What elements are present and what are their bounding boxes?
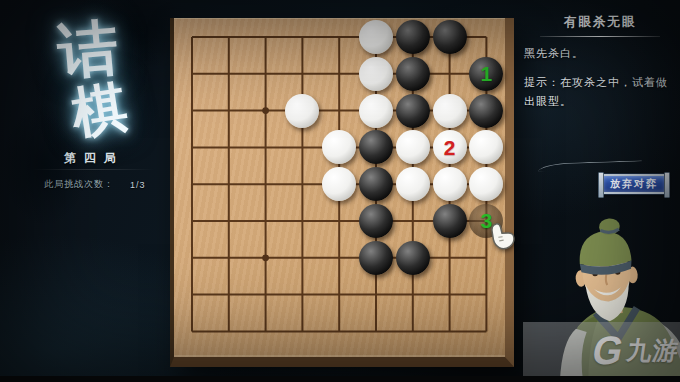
hand-cursor-icon	[489, 221, 516, 251]
white-stone	[396, 167, 430, 201]
white-stone	[359, 94, 393, 128]
move-number-label: 1	[481, 63, 493, 84]
go-puzzle-screen: 诘 棋 第四局 此局挑战次数： 1/3 123 有眼杀无眼 黑先杀白。 提示：在…	[0, 0, 680, 382]
black-stone	[359, 167, 393, 201]
nine-game-logo-icon: G	[588, 327, 627, 372]
round-label: 第四局	[30, 150, 150, 167]
attempts-label: 此局挑战次数：	[44, 178, 114, 191]
white-stone	[285, 94, 319, 128]
white-stone	[359, 20, 393, 54]
black-stone	[359, 130, 393, 164]
title-underline	[540, 36, 660, 37]
white-stone	[469, 167, 503, 201]
white-stone	[433, 94, 467, 128]
white-stone	[433, 167, 467, 201]
give-up-button[interactable]: 放弃对弈	[601, 174, 667, 194]
white-stone	[469, 130, 503, 164]
black-stone	[359, 241, 393, 275]
white-stone	[322, 130, 356, 164]
puzzle-name: 有眼杀无眼	[524, 14, 676, 31]
puzzle-info-panel: 有眼杀无眼 黑先杀白。 提示：在攻杀之中，试着做出眼型。	[524, 14, 676, 111]
decorative-line	[538, 160, 642, 172]
white-stone: 2	[433, 130, 467, 164]
black-stone	[396, 241, 430, 275]
black-stone	[396, 57, 430, 91]
puzzle-title-char-2: 棋	[67, 70, 133, 152]
attempts-counter: 此局挑战次数： 1/3	[44, 178, 146, 191]
go-board[interactable]: 123	[170, 18, 514, 367]
black-stone	[359, 204, 393, 238]
white-stone	[322, 167, 356, 201]
bottom-edge-strip	[0, 376, 680, 382]
black-stone	[433, 204, 467, 238]
black-stone	[396, 20, 430, 54]
puzzle-objective: 黑先杀白。	[524, 46, 676, 61]
sidebar-divider	[32, 169, 154, 170]
watermark-band: G 九游	[523, 322, 680, 378]
white-stone	[359, 57, 393, 91]
white-stone	[396, 130, 430, 164]
attempts-value: 1/3	[130, 180, 146, 190]
black-stone	[396, 94, 430, 128]
move-number-label: 2	[444, 137, 456, 158]
black-stone: 1	[469, 57, 503, 91]
black-stone	[433, 20, 467, 54]
stones-layer: 123	[174, 19, 505, 350]
black-stone	[469, 94, 503, 128]
puzzle-hint: 提示：在攻杀之中，试着做出眼型。	[524, 73, 676, 111]
watermark-text: 九游	[624, 334, 680, 367]
